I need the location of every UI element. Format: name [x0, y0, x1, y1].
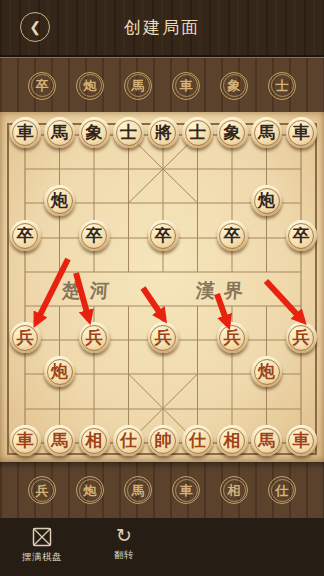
page-title: 创建局面: [0, 0, 324, 55]
tray-piece-black[interactable]: 象: [220, 72, 248, 100]
tray-piece-black[interactable]: 士: [268, 72, 296, 100]
flip-board-button[interactable]: ↻ 翻转: [100, 526, 148, 562]
tray-piece-black[interactable]: 馬: [124, 72, 152, 100]
bottom-toolbar: 摆满棋盘 ↻ 翻转 无极安卓网 wjhotelgroup.com: [0, 518, 324, 576]
tray-red: 兵炮馬車相仕: [0, 462, 324, 518]
hint-arrow: [217, 294, 228, 325]
tray-piece-black[interactable]: 卒: [28, 72, 56, 100]
tray-piece-ring: [127, 74, 150, 97]
tray-piece-ring: [223, 479, 246, 502]
top-bar: ❮ 创建局面: [0, 0, 324, 57]
flip-board-label: 翻转: [114, 549, 134, 562]
tray-piece-ring: [79, 479, 102, 502]
hint-arrows: [0, 112, 324, 462]
tray-piece-ring: [223, 74, 246, 97]
tray-piece-black[interactable]: 車: [172, 72, 200, 100]
tray-piece-ring: [127, 479, 150, 502]
tray-piece-ring: [271, 74, 294, 97]
tray-piece-red[interactable]: 相: [220, 476, 248, 504]
tray-piece-red[interactable]: 車: [172, 476, 200, 504]
hint-arrow: [143, 288, 164, 319]
tray-piece-red[interactable]: 兵: [28, 476, 56, 504]
tray-piece-ring: [175, 479, 198, 502]
xiangqi-board[interactable]: 楚河 漢界 車馬象士將士象馬車炮炮卒卒卒卒卒兵兵兵兵兵炮炮車馬相仕帥仕相馬車: [0, 112, 324, 462]
hint-arrow: [266, 281, 303, 321]
tray-piece-red[interactable]: 仕: [268, 476, 296, 504]
tray-piece-black[interactable]: 炮: [76, 72, 104, 100]
tray-piece-ring: [175, 74, 198, 97]
flip-board-icon: ↻: [116, 526, 132, 546]
tray-piece-red[interactable]: 馬: [124, 476, 152, 504]
hint-arrow: [36, 259, 68, 323]
tray-piece-red[interactable]: 炮: [76, 476, 104, 504]
fill-board-button[interactable]: 摆满棋盘: [14, 526, 70, 564]
fill-board-icon: [31, 526, 53, 548]
tray-black: 卒炮馬車象士: [0, 57, 324, 113]
hint-arrow: [76, 273, 89, 320]
tray-piece-ring: [79, 74, 102, 97]
app-root: ❮ 创建局面 卒炮馬車象士 楚河 漢界 車馬象士將士象馬車炮炮卒卒卒卒卒兵兵兵兵…: [0, 0, 324, 576]
tray-piece-ring: [31, 74, 54, 97]
fill-board-label: 摆满棋盘: [22, 551, 62, 564]
tray-piece-ring: [31, 479, 54, 502]
tray-piece-ring: [271, 479, 294, 502]
